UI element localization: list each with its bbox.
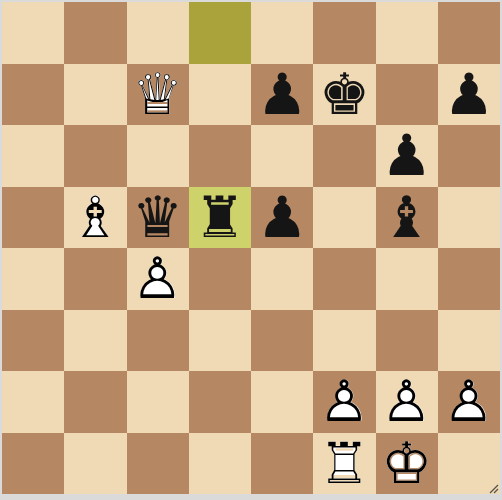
square-d1[interactable] <box>189 433 251 495</box>
square-g8[interactable] <box>376 2 438 64</box>
black-queen[interactable]: ♛ <box>127 187 189 249</box>
square-e2[interactable] <box>251 371 313 433</box>
square-d5[interactable]: ♜ <box>189 187 251 249</box>
square-d4[interactable] <box>189 248 251 310</box>
square-d7[interactable] <box>189 64 251 126</box>
square-b4[interactable] <box>64 248 126 310</box>
square-f2[interactable]: ♟♙ <box>313 371 375 433</box>
square-b8[interactable] <box>64 2 126 64</box>
square-c3[interactable] <box>127 310 189 372</box>
black-bishop[interactable]: ♝ <box>376 187 438 249</box>
square-e1[interactable] <box>251 433 313 495</box>
square-f5[interactable] <box>313 187 375 249</box>
square-g5[interactable]: ♝ <box>376 187 438 249</box>
square-a2[interactable] <box>2 371 64 433</box>
square-c8[interactable] <box>127 2 189 64</box>
square-d8[interactable] <box>189 2 251 64</box>
white-pawn[interactable]: ♟♙ <box>127 248 189 310</box>
square-a7[interactable] <box>2 64 64 126</box>
square-h2[interactable]: ♟♙ <box>438 371 500 433</box>
square-b6[interactable] <box>64 125 126 187</box>
square-g4[interactable] <box>376 248 438 310</box>
square-g7[interactable] <box>376 64 438 126</box>
square-f7[interactable]: ♚ <box>313 64 375 126</box>
board-frame: ♛♕♟♚♟♟♝♗♛♜♟♝♟♙♟♙♟♙♟♙♜♖♚♔ <box>0 0 502 500</box>
square-g1[interactable]: ♚♔ <box>376 433 438 495</box>
square-e8[interactable] <box>251 2 313 64</box>
square-b1[interactable] <box>64 433 126 495</box>
white-queen[interactable]: ♛♕ <box>127 64 189 126</box>
black-pawn[interactable]: ♟ <box>438 64 500 126</box>
square-c7[interactable]: ♛♕ <box>127 64 189 126</box>
square-a3[interactable] <box>2 310 64 372</box>
square-d3[interactable] <box>189 310 251 372</box>
square-c2[interactable] <box>127 371 189 433</box>
square-f6[interactable] <box>313 125 375 187</box>
square-b3[interactable] <box>64 310 126 372</box>
square-e4[interactable] <box>251 248 313 310</box>
square-c6[interactable] <box>127 125 189 187</box>
resize-handle-icon[interactable] <box>489 484 499 494</box>
black-pawn[interactable]: ♟ <box>376 125 438 187</box>
square-e3[interactable] <box>251 310 313 372</box>
white-bishop[interactable]: ♝♗ <box>64 187 126 249</box>
white-pawn[interactable]: ♟♙ <box>313 371 375 433</box>
square-c5[interactable]: ♛ <box>127 187 189 249</box>
square-f4[interactable] <box>313 248 375 310</box>
square-h7[interactable]: ♟ <box>438 64 500 126</box>
square-h3[interactable] <box>438 310 500 372</box>
square-d2[interactable] <box>189 371 251 433</box>
chess-board: ♛♕♟♚♟♟♝♗♛♜♟♝♟♙♟♙♟♙♟♙♜♖♚♔ <box>2 2 500 494</box>
white-pawn[interactable]: ♟♙ <box>438 371 500 433</box>
black-king[interactable]: ♚ <box>313 64 375 126</box>
square-c4[interactable]: ♟♙ <box>127 248 189 310</box>
square-h5[interactable] <box>438 187 500 249</box>
square-e6[interactable] <box>251 125 313 187</box>
square-h4[interactable] <box>438 248 500 310</box>
square-e7[interactable]: ♟ <box>251 64 313 126</box>
square-c1[interactable] <box>127 433 189 495</box>
square-a4[interactable] <box>2 248 64 310</box>
square-f1[interactable]: ♜♖ <box>313 433 375 495</box>
white-rook[interactable]: ♜♖ <box>313 433 375 495</box>
white-pawn[interactable]: ♟♙ <box>376 371 438 433</box>
square-g2[interactable]: ♟♙ <box>376 371 438 433</box>
square-g3[interactable] <box>376 310 438 372</box>
square-a6[interactable] <box>2 125 64 187</box>
black-rook[interactable]: ♜ <box>189 187 251 249</box>
square-a5[interactable] <box>2 187 64 249</box>
square-b7[interactable] <box>64 64 126 126</box>
square-h8[interactable] <box>438 2 500 64</box>
white-king[interactable]: ♚♔ <box>376 433 438 495</box>
square-b5[interactable]: ♝♗ <box>64 187 126 249</box>
square-b2[interactable] <box>64 371 126 433</box>
black-pawn[interactable]: ♟ <box>251 187 313 249</box>
black-pawn[interactable]: ♟ <box>251 64 313 126</box>
square-a1[interactable] <box>2 433 64 495</box>
square-f3[interactable] <box>313 310 375 372</box>
square-f8[interactable] <box>313 2 375 64</box>
square-d6[interactable] <box>189 125 251 187</box>
square-e5[interactable]: ♟ <box>251 187 313 249</box>
square-a8[interactable] <box>2 2 64 64</box>
square-h6[interactable] <box>438 125 500 187</box>
square-g6[interactable]: ♟ <box>376 125 438 187</box>
